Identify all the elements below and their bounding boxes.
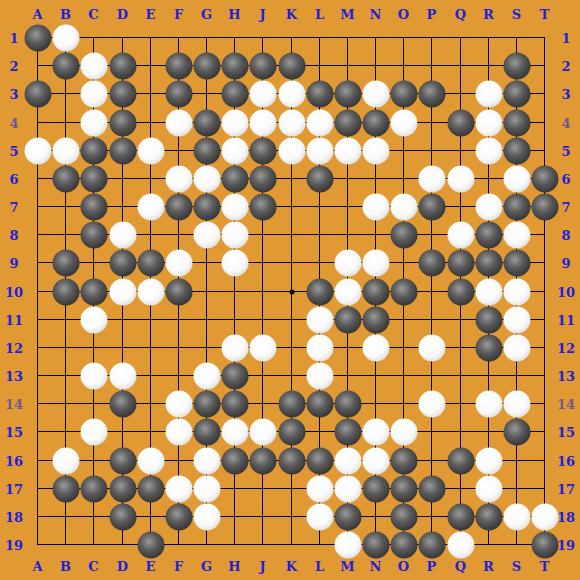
row-label-left-17: 17 <box>5 482 23 495</box>
stone-white-F6 <box>165 165 192 192</box>
row-label-left-10: 10 <box>5 285 23 298</box>
col-label-top-D: D <box>117 8 128 21</box>
stone-white-D8 <box>109 221 136 248</box>
stone-black-Q16 <box>447 447 474 474</box>
col-label-top-B: B <box>60 8 71 21</box>
stone-black-N19 <box>362 531 389 558</box>
row-label-left-12: 12 <box>5 341 23 354</box>
stone-white-N5 <box>362 137 389 164</box>
row-label-left-14: 14 <box>5 397 23 410</box>
col-label-bottom-J: J <box>259 560 265 573</box>
stone-white-C15 <box>80 418 107 445</box>
row-label-left-16: 16 <box>5 454 23 467</box>
stone-black-Q4 <box>447 109 474 136</box>
stone-black-H14 <box>221 390 248 417</box>
stone-white-C4 <box>80 109 107 136</box>
stone-black-C17 <box>80 475 107 502</box>
row-label-left-6: 6 <box>9 172 18 185</box>
stone-white-E7 <box>137 193 164 220</box>
stone-white-B5 <box>52 137 79 164</box>
col-label-bottom-K: K <box>286 560 297 573</box>
stone-white-S12 <box>503 334 530 361</box>
stone-black-D16 <box>109 447 136 474</box>
stone-white-P6 <box>418 165 445 192</box>
stone-black-N17 <box>362 475 389 502</box>
row-label-right-14: 14 <box>557 397 575 410</box>
stone-black-R9 <box>475 249 502 276</box>
col-label-top-O: O <box>398 8 409 21</box>
stone-white-O15 <box>390 418 417 445</box>
stone-black-N10 <box>362 278 389 305</box>
stone-black-G7 <box>193 193 220 220</box>
stone-white-N15 <box>362 418 389 445</box>
row-label-left-4: 4 <box>9 116 18 129</box>
col-label-top-G: G <box>201 8 212 21</box>
row-label-left-15: 15 <box>5 425 23 438</box>
stone-white-S10 <box>503 278 530 305</box>
stone-black-P9 <box>418 249 445 276</box>
stone-white-E5 <box>137 137 164 164</box>
col-label-top-M: M <box>340 8 354 21</box>
row-label-left-5: 5 <box>9 144 18 157</box>
stone-black-P19 <box>418 531 445 558</box>
stone-black-S3 <box>503 80 530 107</box>
stone-black-F2 <box>165 52 192 79</box>
row-label-right-4: 4 <box>561 116 570 129</box>
grid-line-horizontal <box>37 319 545 320</box>
stone-white-M19 <box>334 531 361 558</box>
col-label-bottom-B: B <box>60 560 71 573</box>
stone-black-H13 <box>221 362 248 389</box>
col-label-bottom-P: P <box>427 560 437 573</box>
stone-white-F4 <box>165 109 192 136</box>
stone-black-G4 <box>193 109 220 136</box>
row-label-right-10: 10 <box>557 285 575 298</box>
stone-white-M17 <box>334 475 361 502</box>
row-label-right-7: 7 <box>561 200 570 213</box>
stone-white-H8 <box>221 221 248 248</box>
stone-black-L10 <box>306 278 333 305</box>
stone-black-D5 <box>109 137 136 164</box>
stone-white-P12 <box>418 334 445 361</box>
col-label-bottom-R: R <box>483 560 494 573</box>
stone-black-O3 <box>390 80 417 107</box>
stone-black-L16 <box>306 447 333 474</box>
row-label-left-11: 11 <box>5 313 23 326</box>
stone-white-J4 <box>249 109 276 136</box>
stone-black-M15 <box>334 418 361 445</box>
stone-black-D18 <box>109 503 136 530</box>
stone-white-N9 <box>362 249 389 276</box>
stone-white-N3 <box>362 80 389 107</box>
stone-black-R12 <box>475 334 502 361</box>
stone-black-D9 <box>109 249 136 276</box>
stone-black-N4 <box>362 109 389 136</box>
stone-white-L18 <box>306 503 333 530</box>
stone-black-S7 <box>503 193 530 220</box>
stone-black-G5 <box>193 137 220 164</box>
stone-black-D2 <box>109 52 136 79</box>
go-board[interactable]: AABBCCDDEEFFGGHHJJKKLLMMNNOOPPQQRRSSTT11… <box>0 0 580 580</box>
stone-white-F17 <box>165 475 192 502</box>
stone-black-M14 <box>334 390 361 417</box>
stone-white-F9 <box>165 249 192 276</box>
stone-black-T19 <box>531 531 558 558</box>
stone-white-R3 <box>475 80 502 107</box>
stone-black-M3 <box>334 80 361 107</box>
stone-black-J7 <box>249 193 276 220</box>
stone-white-F14 <box>165 390 192 417</box>
stone-white-L4 <box>306 109 333 136</box>
stone-white-O4 <box>390 109 417 136</box>
stone-white-Q6 <box>447 165 474 192</box>
stone-black-B9 <box>52 249 79 276</box>
col-label-top-S: S <box>512 8 521 21</box>
row-label-left-13: 13 <box>5 369 23 382</box>
stone-white-T18 <box>531 503 558 530</box>
stone-white-M16 <box>334 447 361 474</box>
stone-black-A3 <box>24 80 51 107</box>
stone-white-H9 <box>221 249 248 276</box>
col-label-bottom-A: A <box>32 560 42 573</box>
stone-white-B1 <box>52 24 79 51</box>
stone-white-C2 <box>80 52 107 79</box>
row-label-right-6: 6 <box>561 172 570 185</box>
stone-black-S15 <box>503 418 530 445</box>
stone-black-G14 <box>193 390 220 417</box>
stone-white-D13 <box>109 362 136 389</box>
row-label-left-7: 7 <box>9 200 18 213</box>
stone-white-S6 <box>503 165 530 192</box>
stone-white-R16 <box>475 447 502 474</box>
stone-white-E16 <box>137 447 164 474</box>
stone-white-R7 <box>475 193 502 220</box>
col-label-top-R: R <box>483 8 494 21</box>
stone-white-E10 <box>137 278 164 305</box>
stone-white-G16 <box>193 447 220 474</box>
col-label-top-Q: Q <box>455 8 466 21</box>
stone-black-R11 <box>475 306 502 333</box>
stone-white-S11 <box>503 306 530 333</box>
stone-black-G2 <box>193 52 220 79</box>
stone-black-B17 <box>52 475 79 502</box>
row-label-right-13: 13 <box>557 369 575 382</box>
stone-black-Q18 <box>447 503 474 530</box>
col-label-top-C: C <box>88 8 98 21</box>
stone-white-G13 <box>193 362 220 389</box>
stone-white-O7 <box>390 193 417 220</box>
stone-black-D17 <box>109 475 136 502</box>
col-label-top-K: K <box>286 8 297 21</box>
row-label-left-19: 19 <box>5 538 23 551</box>
stone-white-H15 <box>221 418 248 445</box>
stone-white-G17 <box>193 475 220 502</box>
stone-white-L11 <box>306 306 333 333</box>
stone-white-M5 <box>334 137 361 164</box>
row-label-right-17: 17 <box>557 482 575 495</box>
stone-black-P17 <box>418 475 445 502</box>
row-label-right-9: 9 <box>561 256 570 269</box>
stone-white-L17 <box>306 475 333 502</box>
stone-black-K2 <box>278 52 305 79</box>
col-label-top-T: T <box>540 8 550 21</box>
stone-black-E9 <box>137 249 164 276</box>
star-point-K10 <box>289 289 294 294</box>
stone-black-Q9 <box>447 249 474 276</box>
row-label-right-5: 5 <box>561 144 570 157</box>
stone-black-H16 <box>221 447 248 474</box>
stone-black-L6 <box>306 165 333 192</box>
stone-black-D4 <box>109 109 136 136</box>
stone-black-J2 <box>249 52 276 79</box>
stone-black-F3 <box>165 80 192 107</box>
stone-white-M10 <box>334 278 361 305</box>
stone-black-C5 <box>80 137 107 164</box>
row-label-right-18: 18 <box>557 510 575 523</box>
stone-white-L13 <box>306 362 333 389</box>
row-label-left-8: 8 <box>9 228 18 241</box>
stone-black-F7 <box>165 193 192 220</box>
stone-white-H7 <box>221 193 248 220</box>
stone-white-J15 <box>249 418 276 445</box>
stone-white-N7 <box>362 193 389 220</box>
row-label-left-3: 3 <box>9 87 18 100</box>
col-label-top-A: A <box>32 8 42 21</box>
stone-black-O8 <box>390 221 417 248</box>
stone-black-D3 <box>109 80 136 107</box>
stone-white-S8 <box>503 221 530 248</box>
stone-white-H4 <box>221 109 248 136</box>
stone-white-C13 <box>80 362 107 389</box>
stone-white-F15 <box>165 418 192 445</box>
stone-black-M18 <box>334 503 361 530</box>
row-label-right-12: 12 <box>557 341 575 354</box>
grid-line-horizontal <box>37 347 545 348</box>
stone-black-J5 <box>249 137 276 164</box>
stone-black-M11 <box>334 306 361 333</box>
col-label-bottom-L: L <box>315 560 324 573</box>
stone-black-P3 <box>418 80 445 107</box>
col-label-bottom-Q: Q <box>455 560 466 573</box>
stone-black-T7 <box>531 193 558 220</box>
stone-white-G8 <box>193 221 220 248</box>
stone-white-R17 <box>475 475 502 502</box>
stone-black-O18 <box>390 503 417 530</box>
stone-white-K5 <box>278 137 305 164</box>
stone-black-S5 <box>503 137 530 164</box>
stone-black-C10 <box>80 278 107 305</box>
stone-black-N11 <box>362 306 389 333</box>
row-label-right-8: 8 <box>561 228 570 241</box>
stone-black-T6 <box>531 165 558 192</box>
stone-black-C8 <box>80 221 107 248</box>
col-label-top-E: E <box>146 8 156 21</box>
stone-white-G6 <box>193 165 220 192</box>
stone-white-N16 <box>362 447 389 474</box>
row-label-left-18: 18 <box>5 510 23 523</box>
stone-black-O10 <box>390 278 417 305</box>
stone-white-N12 <box>362 334 389 361</box>
stone-white-J12 <box>249 334 276 361</box>
stone-white-S14 <box>503 390 530 417</box>
col-label-bottom-C: C <box>88 560 98 573</box>
stone-black-K16 <box>278 447 305 474</box>
stone-white-B16 <box>52 447 79 474</box>
stone-black-M4 <box>334 109 361 136</box>
stone-black-F10 <box>165 278 192 305</box>
col-label-top-H: H <box>228 8 240 21</box>
stone-black-H2 <box>221 52 248 79</box>
stone-black-K14 <box>278 390 305 417</box>
col-label-bottom-G: G <box>201 560 212 573</box>
row-label-right-3: 3 <box>561 87 570 100</box>
stone-black-S4 <box>503 109 530 136</box>
col-label-top-P: P <box>427 8 437 21</box>
stone-black-B6 <box>52 165 79 192</box>
stone-black-S2 <box>503 52 530 79</box>
stone-black-P7 <box>418 193 445 220</box>
row-label-left-9: 9 <box>9 256 18 269</box>
row-label-right-16: 16 <box>557 454 575 467</box>
stone-black-J16 <box>249 447 276 474</box>
col-label-bottom-D: D <box>117 560 128 573</box>
col-label-top-F: F <box>174 8 183 21</box>
stone-white-G18 <box>193 503 220 530</box>
stone-white-A5 <box>24 137 51 164</box>
stone-white-H5 <box>221 137 248 164</box>
stone-white-D10 <box>109 278 136 305</box>
stone-black-Q10 <box>447 278 474 305</box>
stone-white-R14 <box>475 390 502 417</box>
stone-black-L3 <box>306 80 333 107</box>
stone-black-K15 <box>278 418 305 445</box>
row-label-right-19: 19 <box>557 538 575 551</box>
row-label-right-15: 15 <box>557 425 575 438</box>
stone-black-O16 <box>390 447 417 474</box>
stone-black-O17 <box>390 475 417 502</box>
stone-white-K4 <box>278 109 305 136</box>
col-label-bottom-T: T <box>540 560 550 573</box>
stone-white-R4 <box>475 109 502 136</box>
col-label-bottom-E: E <box>146 560 156 573</box>
stone-white-R10 <box>475 278 502 305</box>
stone-black-A1 <box>24 24 51 51</box>
stone-black-C7 <box>80 193 107 220</box>
stone-black-B2 <box>52 52 79 79</box>
stone-white-Q8 <box>447 221 474 248</box>
col-label-bottom-S: S <box>512 560 521 573</box>
stone-white-H12 <box>221 334 248 361</box>
stone-black-B10 <box>52 278 79 305</box>
stone-black-E17 <box>137 475 164 502</box>
stone-white-C11 <box>80 306 107 333</box>
stone-white-J3 <box>249 80 276 107</box>
row-label-right-2: 2 <box>561 59 570 72</box>
col-label-bottom-N: N <box>370 560 382 573</box>
stone-black-H6 <box>221 165 248 192</box>
stone-black-R8 <box>475 221 502 248</box>
stone-black-R18 <box>475 503 502 530</box>
stone-black-D14 <box>109 390 136 417</box>
grid-line-vertical <box>544 37 545 545</box>
col-label-top-J: J <box>259 8 265 21</box>
stone-white-L5 <box>306 137 333 164</box>
col-label-bottom-M: M <box>340 560 354 573</box>
col-label-bottom-O: O <box>398 560 409 573</box>
grid-line-vertical <box>431 37 432 545</box>
row-label-right-11: 11 <box>557 313 575 326</box>
stone-black-G15 <box>193 418 220 445</box>
stone-white-P14 <box>418 390 445 417</box>
stone-white-K3 <box>278 80 305 107</box>
row-label-left-1: 1 <box>9 31 18 44</box>
stone-white-Q19 <box>447 531 474 558</box>
stone-black-F18 <box>165 503 192 530</box>
stone-black-H3 <box>221 80 248 107</box>
stone-black-E19 <box>137 531 164 558</box>
stone-black-S9 <box>503 249 530 276</box>
stone-white-C3 <box>80 80 107 107</box>
col-label-top-L: L <box>315 8 324 21</box>
stone-white-M9 <box>334 249 361 276</box>
col-label-bottom-F: F <box>174 560 183 573</box>
stone-white-L12 <box>306 334 333 361</box>
stone-white-R5 <box>475 137 502 164</box>
col-label-top-N: N <box>370 8 382 21</box>
row-label-right-1: 1 <box>561 31 570 44</box>
row-label-left-2: 2 <box>9 59 18 72</box>
col-label-bottom-H: H <box>228 560 240 573</box>
stone-black-O19 <box>390 531 417 558</box>
stone-white-S18 <box>503 503 530 530</box>
stone-black-L14 <box>306 390 333 417</box>
stone-black-J6 <box>249 165 276 192</box>
stone-black-C6 <box>80 165 107 192</box>
